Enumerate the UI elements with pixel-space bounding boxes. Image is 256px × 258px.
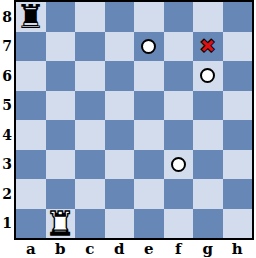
square-e4[interactable] bbox=[134, 120, 164, 150]
square-b6[interactable] bbox=[46, 61, 76, 91]
square-b8[interactable] bbox=[46, 2, 76, 32]
square-d4[interactable] bbox=[105, 120, 135, 150]
file-label-f: f bbox=[164, 240, 194, 258]
square-d3[interactable] bbox=[105, 150, 135, 180]
square-f8[interactable] bbox=[164, 2, 194, 32]
square-c3[interactable] bbox=[75, 150, 105, 180]
rank-labels: 87654321 bbox=[0, 2, 14, 238]
square-d8[interactable] bbox=[105, 2, 135, 32]
square-c4[interactable] bbox=[75, 120, 105, 150]
square-h6[interactable] bbox=[223, 61, 253, 91]
square-g1[interactable] bbox=[193, 209, 223, 239]
rank-label-6: 6 bbox=[0, 61, 14, 91]
file-label-g: g bbox=[193, 240, 223, 258]
square-a2[interactable] bbox=[16, 179, 46, 209]
circle-marker-annotation bbox=[141, 39, 156, 54]
square-a4[interactable] bbox=[16, 120, 46, 150]
rank-label-1: 1 bbox=[0, 209, 14, 239]
square-a6[interactable] bbox=[16, 61, 46, 91]
square-g4[interactable] bbox=[193, 120, 223, 150]
square-a5[interactable] bbox=[16, 91, 46, 121]
square-d6[interactable] bbox=[105, 61, 135, 91]
square-f5[interactable] bbox=[164, 91, 194, 121]
square-d2[interactable] bbox=[105, 179, 135, 209]
square-g7[interactable]: ✖ bbox=[193, 32, 223, 62]
square-c7[interactable] bbox=[75, 32, 105, 62]
square-d7[interactable] bbox=[105, 32, 135, 62]
square-a7[interactable] bbox=[16, 32, 46, 62]
file-label-d: d bbox=[105, 240, 135, 258]
rank-label-8: 8 bbox=[0, 2, 14, 32]
square-e2[interactable] bbox=[134, 179, 164, 209]
square-d5[interactable] bbox=[105, 91, 135, 121]
square-f1[interactable] bbox=[164, 209, 194, 239]
rank-label-5: 5 bbox=[0, 91, 14, 121]
square-g3[interactable] bbox=[193, 150, 223, 180]
square-a3[interactable] bbox=[16, 150, 46, 180]
rank-label-7: 7 bbox=[0, 32, 14, 62]
square-c8[interactable] bbox=[75, 2, 105, 32]
file-label-b: b bbox=[46, 240, 76, 258]
square-g5[interactable] bbox=[193, 91, 223, 121]
square-f2[interactable] bbox=[164, 179, 194, 209]
rank-label-3: 3 bbox=[0, 150, 14, 180]
square-e5[interactable] bbox=[134, 91, 164, 121]
file-label-h: h bbox=[223, 240, 253, 258]
rank-label-2: 2 bbox=[0, 179, 14, 209]
square-b5[interactable] bbox=[46, 91, 76, 121]
square-h4[interactable] bbox=[223, 120, 253, 150]
square-b4[interactable] bbox=[46, 120, 76, 150]
file-label-c: c bbox=[75, 240, 105, 258]
square-b3[interactable] bbox=[46, 150, 76, 180]
square-a1[interactable] bbox=[16, 209, 46, 239]
x-mark-annotation: ✖ bbox=[199, 32, 216, 62]
square-e1[interactable] bbox=[134, 209, 164, 239]
square-d1[interactable] bbox=[105, 209, 135, 239]
square-h1[interactable] bbox=[223, 209, 253, 239]
chess-diagram: 87654321 ♜✖♜ abcdefgh bbox=[0, 0, 256, 258]
square-h5[interactable] bbox=[223, 91, 253, 121]
square-f7[interactable] bbox=[164, 32, 194, 62]
square-e8[interactable] bbox=[134, 2, 164, 32]
square-g2[interactable] bbox=[193, 179, 223, 209]
square-f4[interactable] bbox=[164, 120, 194, 150]
circle-marker-annotation bbox=[200, 68, 215, 83]
square-e3[interactable] bbox=[134, 150, 164, 180]
square-c1[interactable] bbox=[75, 209, 105, 239]
rank-label-4: 4 bbox=[0, 120, 14, 150]
square-b7[interactable] bbox=[46, 32, 76, 62]
white-rook: ♜ bbox=[45, 209, 75, 239]
square-h7[interactable] bbox=[223, 32, 253, 62]
square-a8[interactable]: ♜ bbox=[16, 2, 46, 32]
black-rook: ♜ bbox=[16, 2, 46, 32]
file-label-a: a bbox=[16, 240, 46, 258]
square-h3[interactable] bbox=[223, 150, 253, 180]
file-labels: abcdefgh bbox=[16, 240, 252, 258]
square-e7[interactable] bbox=[134, 32, 164, 62]
file-label-e: e bbox=[134, 240, 164, 258]
square-g8[interactable] bbox=[193, 2, 223, 32]
square-b2[interactable] bbox=[46, 179, 76, 209]
square-c2[interactable] bbox=[75, 179, 105, 209]
board: ♜✖♜ bbox=[14, 0, 254, 240]
circle-marker-annotation bbox=[171, 157, 186, 172]
square-b1[interactable]: ♜ bbox=[46, 209, 76, 239]
square-g6[interactable] bbox=[193, 61, 223, 91]
square-f3[interactable] bbox=[164, 150, 194, 180]
square-c5[interactable] bbox=[75, 91, 105, 121]
square-h2[interactable] bbox=[223, 179, 253, 209]
square-e6[interactable] bbox=[134, 61, 164, 91]
square-f6[interactable] bbox=[164, 61, 194, 91]
square-h8[interactable] bbox=[223, 2, 253, 32]
square-c6[interactable] bbox=[75, 61, 105, 91]
